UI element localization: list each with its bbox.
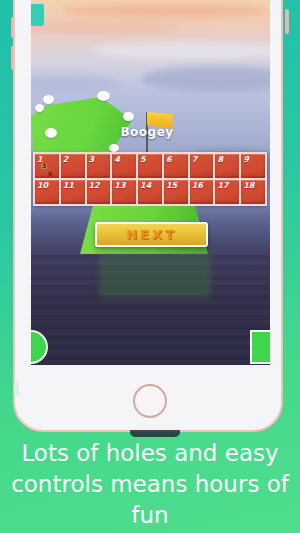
level-number: 5 [140,155,146,164]
level-1-score-badge: 3 [41,163,47,169]
marketing-caption: Lots of holes and easy controls means ho… [0,438,300,531]
cloud-decoration [61,4,270,18]
rock-decoration [45,128,57,138]
hole-result-label: Boogey [91,125,203,139]
level-tile-12[interactable]: 12 [87,180,111,204]
level-number: 16 [192,181,203,190]
level-number: 15 [166,181,177,190]
frame-highlight [14,382,19,395]
phone-bottom-shadow [130,430,180,437]
home-button[interactable] [133,384,167,418]
level-tile-13[interactable]: 13 [112,180,136,204]
level-number: 4 [114,155,120,164]
level-tile-2[interactable]: 2 [61,154,85,178]
power-button[interactable] [285,9,289,34]
cloud-decoration [31,74,121,94]
level-tile-14[interactable]: 14 [138,180,162,204]
level-number: 12 [89,181,100,190]
next-button-label: NEXT [126,227,177,242]
level-tile-3[interactable]: 3 [87,154,111,178]
level-tile-18[interactable]: 18 [241,180,265,204]
level-1-score-badge: 9 [48,171,52,177]
level-grid: 13923456789101112131415161718 [33,152,267,206]
level-number: 2 [63,155,69,164]
right-control-button[interactable] [250,330,270,364]
app-store-screenshot: Boogey 13923456789101112131415161718 NEX… [0,0,300,533]
course-reflection [99,252,211,298]
caption-line: fun [0,500,300,531]
next-button[interactable]: NEXT [95,222,208,247]
hud-corner-button[interactable] [31,4,44,26]
rock-decoration [43,95,54,104]
level-tile-6[interactable]: 6 [164,154,188,178]
level-tile-4[interactable]: 4 [112,154,136,178]
game-screen: Boogey 13923456789101112131415161718 NEX… [31,0,270,365]
level-number: 11 [63,181,74,190]
level-tile-5[interactable]: 5 [138,154,162,178]
level-number: 18 [243,181,254,190]
rock-decoration [123,112,134,121]
level-number: 13 [114,181,125,190]
level-tile-9[interactable]: 9 [241,154,265,178]
cloud-decoration [141,66,270,92]
level-tile-17[interactable]: 17 [215,180,239,204]
level-number: 8 [217,155,223,164]
rock-decoration [35,104,44,112]
cloud-decoration [31,22,181,34]
level-number: 6 [166,155,172,164]
level-number: 17 [217,181,228,190]
level-number: 7 [192,155,198,164]
level-tile-11[interactable]: 11 [61,180,85,204]
caption-line: Lots of holes and easy [0,438,300,469]
golf-ball [109,144,119,152]
level-number: 14 [140,181,151,190]
rock-decoration [97,91,110,101]
level-tile-16[interactable]: 16 [190,180,214,204]
cloud-decoration [91,42,270,58]
level-tile-15[interactable]: 15 [164,180,188,204]
level-tile-10[interactable]: 10 [35,180,59,204]
level-number: 3 [89,155,95,164]
level-tile-7[interactable]: 7 [190,154,214,178]
level-number: 10 [37,181,48,190]
level-number: 9 [243,155,249,164]
caption-line: controls means hours of [0,469,300,500]
level-tile-1[interactable]: 139 [35,154,59,178]
level-tile-8[interactable]: 8 [215,154,239,178]
